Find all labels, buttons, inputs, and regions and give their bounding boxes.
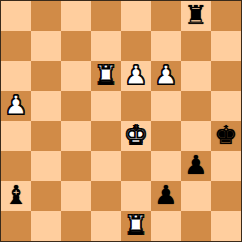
square-h6[interactable] — [211, 61, 241, 91]
square-h4[interactable]: ♚ — [211, 121, 241, 151]
square-e2[interactable] — [121, 181, 151, 211]
black-rook: ♜ — [184, 2, 207, 28]
square-e3[interactable] — [121, 151, 151, 181]
square-f1[interactable] — [151, 211, 181, 241]
square-g7[interactable] — [181, 31, 211, 61]
square-b8[interactable] — [31, 1, 61, 31]
square-e6[interactable]: ♟ — [121, 61, 151, 91]
square-f2[interactable]: ♟ — [151, 181, 181, 211]
square-h1[interactable] — [211, 211, 241, 241]
square-f5[interactable] — [151, 91, 181, 121]
black-pawn: ♟ — [154, 182, 177, 208]
square-c5[interactable] — [61, 91, 91, 121]
square-c4[interactable] — [61, 121, 91, 151]
square-a4[interactable] — [1, 121, 31, 151]
black-pawn: ♟ — [184, 152, 207, 178]
square-h7[interactable] — [211, 31, 241, 61]
square-d6[interactable]: ♜ — [91, 61, 121, 91]
white-pawn: ♟ — [124, 62, 147, 88]
black-bishop: ♝ — [4, 182, 27, 208]
square-f7[interactable] — [151, 31, 181, 61]
square-e7[interactable] — [121, 31, 151, 61]
square-b6[interactable] — [31, 61, 61, 91]
square-g1[interactable] — [181, 211, 211, 241]
square-d2[interactable] — [91, 181, 121, 211]
white-pawn: ♟ — [4, 92, 27, 118]
square-h8[interactable] — [211, 1, 241, 31]
square-e4[interactable]: ♚ — [121, 121, 151, 151]
square-d5[interactable] — [91, 91, 121, 121]
square-d1[interactable] — [91, 211, 121, 241]
square-f3[interactable] — [151, 151, 181, 181]
square-g4[interactable] — [181, 121, 211, 151]
square-g8[interactable]: ♜ — [181, 1, 211, 31]
white-rook: ♜ — [124, 212, 147, 238]
square-a7[interactable] — [1, 31, 31, 61]
square-c7[interactable] — [61, 31, 91, 61]
square-b3[interactable] — [31, 151, 61, 181]
square-a5[interactable]: ♟ — [1, 91, 31, 121]
square-c2[interactable] — [61, 181, 91, 211]
white-rook: ♜ — [94, 62, 117, 88]
square-a3[interactable] — [1, 151, 31, 181]
square-b4[interactable] — [31, 121, 61, 151]
square-e5[interactable] — [121, 91, 151, 121]
white-king: ♚ — [124, 122, 147, 148]
square-g6[interactable] — [181, 61, 211, 91]
square-d3[interactable] — [91, 151, 121, 181]
square-c3[interactable] — [61, 151, 91, 181]
square-f4[interactable] — [151, 121, 181, 151]
square-h2[interactable] — [211, 181, 241, 211]
square-g5[interactable] — [181, 91, 211, 121]
square-c8[interactable] — [61, 1, 91, 31]
chess-board: ♜♜♟♟♟♚♚♟♝♟♜ — [0, 0, 242, 242]
square-a2[interactable]: ♝ — [1, 181, 31, 211]
square-g2[interactable] — [181, 181, 211, 211]
black-king: ♚ — [214, 122, 237, 148]
square-a6[interactable] — [1, 61, 31, 91]
square-d8[interactable] — [91, 1, 121, 31]
square-b2[interactable] — [31, 181, 61, 211]
square-e1[interactable]: ♜ — [121, 211, 151, 241]
square-d4[interactable] — [91, 121, 121, 151]
square-c6[interactable] — [61, 61, 91, 91]
square-b5[interactable] — [31, 91, 61, 121]
square-f6[interactable]: ♟ — [151, 61, 181, 91]
square-b1[interactable] — [31, 211, 61, 241]
white-pawn: ♟ — [154, 62, 177, 88]
square-g3[interactable]: ♟ — [181, 151, 211, 181]
square-d7[interactable] — [91, 31, 121, 61]
square-h3[interactable] — [211, 151, 241, 181]
square-f8[interactable] — [151, 1, 181, 31]
square-a8[interactable] — [1, 1, 31, 31]
square-b7[interactable] — [31, 31, 61, 61]
square-e8[interactable] — [121, 1, 151, 31]
square-c1[interactable] — [61, 211, 91, 241]
square-h5[interactable] — [211, 91, 241, 121]
square-a1[interactable] — [1, 211, 31, 241]
